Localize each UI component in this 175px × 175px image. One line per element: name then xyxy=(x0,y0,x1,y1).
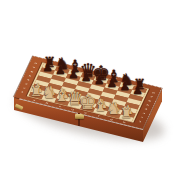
coord-rank-8-left: 8 xyxy=(34,62,38,64)
coord-file-a-near: a xyxy=(32,99,36,101)
coord-rank-7-right: 7 xyxy=(150,96,154,98)
coord-file-e-near: e xyxy=(84,112,88,114)
coord-rank-1-left: 1 xyxy=(21,91,25,93)
coord-file-d-near: d xyxy=(71,109,75,111)
coord-file-f-far: f xyxy=(115,78,117,80)
coord-rank-6-left: 6 xyxy=(30,71,34,73)
coord-rank-1-right: 1 xyxy=(138,120,142,122)
coord-file-f-near: f xyxy=(97,115,99,117)
coord-rank-4-right: 4 xyxy=(144,108,148,110)
coord-rank-7-left: 7 xyxy=(32,67,36,69)
coord-file-c-far: c xyxy=(76,68,79,70)
coord-rank-5-left: 5 xyxy=(28,75,32,77)
coord-file-g-near: g xyxy=(110,118,114,120)
coord-rank-2-left: 2 xyxy=(22,87,26,89)
coord-file-b-near: b xyxy=(45,102,49,104)
brass-clasp-icon xyxy=(75,114,84,119)
coord-file-e-far: e xyxy=(101,74,105,76)
coord-rank-8-right: 8 xyxy=(152,92,156,94)
coord-rank-6-right: 6 xyxy=(148,100,152,102)
coord-file-h-near: h xyxy=(122,121,126,123)
chess-set-photo: aabbccddeeffgghh1122334455667788 ♜♞♝♛♚♝♞… xyxy=(0,0,175,175)
coord-file-a-far: a xyxy=(50,61,54,63)
coord-file-c-near: c xyxy=(58,105,61,107)
coord-rank-3-left: 3 xyxy=(24,83,28,85)
coord-rank-4-left: 4 xyxy=(26,79,30,81)
coord-rank-3-right: 3 xyxy=(142,112,146,114)
coord-rank-5-right: 5 xyxy=(146,104,150,106)
coord-rank-2-right: 2 xyxy=(140,116,144,118)
